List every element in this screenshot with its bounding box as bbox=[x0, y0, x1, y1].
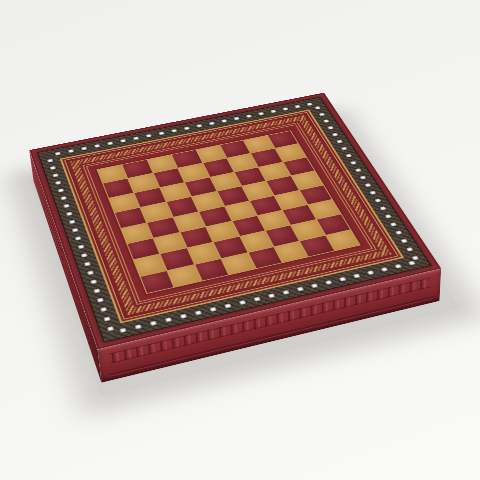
square-b3 bbox=[154, 233, 186, 254]
photo-background bbox=[0, 0, 480, 480]
square-a5 bbox=[115, 208, 146, 228]
square-d1 bbox=[222, 253, 255, 275]
square-c2 bbox=[188, 243, 221, 264]
square-a1 bbox=[141, 271, 174, 293]
square-a2 bbox=[134, 254, 167, 276]
chessboard-case bbox=[29, 93, 441, 350]
square-c3 bbox=[180, 227, 212, 248]
square-g2 bbox=[291, 220, 324, 240]
square-h2 bbox=[317, 215, 350, 235]
square-d4 bbox=[199, 206, 231, 226]
square-b1 bbox=[168, 265, 201, 287]
square-b2 bbox=[161, 248, 194, 269]
square-g3 bbox=[283, 205, 315, 225]
square-f2 bbox=[266, 226, 299, 247]
square-e1 bbox=[248, 247, 281, 268]
square-e2 bbox=[240, 231, 273, 252]
square-h1 bbox=[326, 230, 360, 251]
square-d3 bbox=[206, 221, 238, 241]
square-f3 bbox=[258, 210, 290, 230]
square-a4 bbox=[121, 223, 153, 243]
square-c4 bbox=[173, 212, 205, 232]
square-d2 bbox=[214, 237, 247, 258]
square-a3 bbox=[127, 238, 159, 259]
square-g1 bbox=[300, 235, 334, 256]
square-e3 bbox=[232, 216, 264, 236]
square-f1 bbox=[274, 241, 308, 262]
square-c1 bbox=[195, 259, 228, 281]
square-b4 bbox=[147, 217, 179, 237]
